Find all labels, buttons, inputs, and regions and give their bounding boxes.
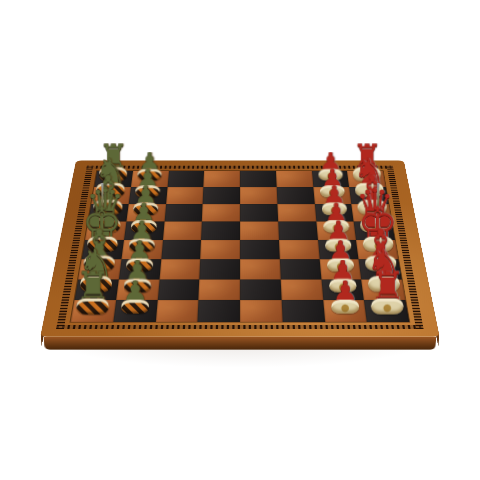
piece-base (331, 300, 359, 314)
chess-set-photo: ♜♞♝♛♚♝♞♜♟♟♟♟♟♟♟♟♟♟♟♟♟♟♟♟♜♞♝♛♚♝♞♜ (0, 0, 480, 480)
piece-black-pawn-h7[interactable]: ♟ (323, 300, 367, 322)
piece-base (121, 300, 149, 314)
piece-black-rook-h8[interactable]: ♜ (364, 300, 409, 322)
pieces-layer: ♜♞♝♛♚♝♞♜♟♟♟♟♟♟♟♟♟♟♟♟♟♟♟♟♜♞♝♛♚♝♞♜ (40, 161, 439, 337)
piece-base (77, 297, 109, 313)
piece-white-pawn-h2[interactable]: ♟ (113, 300, 157, 322)
piece-white-rook-h1[interactable]: ♜ (71, 300, 116, 322)
chess-board: ♜♞♝♛♚♝♞♜♟♟♟♟♟♟♟♟♟♟♟♟♟♟♟♟♜♞♝♛♚♝♞♜ (40, 161, 439, 337)
piece-base (371, 297, 403, 313)
board-edge-front (44, 337, 437, 350)
